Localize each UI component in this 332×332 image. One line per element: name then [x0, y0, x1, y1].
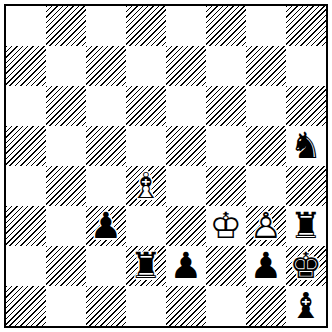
piece-black-pawn: ♟	[86, 206, 126, 246]
square-c3[interactable]: ♟	[86, 206, 126, 246]
square-e8[interactable]	[166, 6, 206, 46]
square-h3[interactable]: ♜	[286, 206, 326, 246]
square-f6[interactable]	[206, 86, 246, 126]
square-e6[interactable]	[166, 86, 206, 126]
square-e1[interactable]	[166, 286, 206, 326]
square-g7[interactable]	[246, 46, 286, 86]
square-g6[interactable]	[246, 86, 286, 126]
square-d8[interactable]	[126, 6, 166, 46]
square-h5[interactable]: ♞	[286, 126, 326, 166]
piece-white-king-fill: ♚	[206, 206, 246, 246]
piece-white-pawn-fill: ♟	[246, 206, 286, 246]
square-f7[interactable]	[206, 46, 246, 86]
square-e4[interactable]	[166, 166, 206, 206]
square-f8[interactable]	[206, 6, 246, 46]
piece-black-pawn: ♟	[246, 246, 286, 286]
piece-black-king: ♚	[286, 246, 326, 286]
square-c1[interactable]	[86, 286, 126, 326]
square-g3[interactable]: ♟♙	[246, 206, 286, 246]
square-a1[interactable]	[6, 286, 46, 326]
square-e7[interactable]	[166, 46, 206, 86]
square-b3[interactable]	[46, 206, 86, 246]
square-c5[interactable]	[86, 126, 126, 166]
square-b7[interactable]	[46, 46, 86, 86]
square-a7[interactable]	[6, 46, 46, 86]
square-c2[interactable]	[86, 246, 126, 286]
chess-board: ♞♝♗♟♚♔♟♙♜♜♟♟♚♝	[6, 6, 326, 326]
square-g5[interactable]	[246, 126, 286, 166]
square-e5[interactable]	[166, 126, 206, 166]
square-g8[interactable]	[246, 6, 286, 46]
piece-black-rook: ♜	[286, 206, 326, 246]
chess-diagram-page: ♞♝♗♟♚♔♟♙♜♜♟♟♚♝	[0, 0, 332, 332]
square-d2[interactable]: ♜	[126, 246, 166, 286]
square-a2[interactable]	[6, 246, 46, 286]
square-h2[interactable]: ♚	[286, 246, 326, 286]
square-h4[interactable]	[286, 166, 326, 206]
square-f5[interactable]	[206, 126, 246, 166]
square-c8[interactable]	[86, 6, 126, 46]
square-e2[interactable]: ♟	[166, 246, 206, 286]
square-c7[interactable]	[86, 46, 126, 86]
square-a3[interactable]	[6, 206, 46, 246]
square-a6[interactable]	[6, 86, 46, 126]
piece-black-knight: ♞	[286, 126, 326, 166]
piece-white-king: ♔	[206, 206, 246, 246]
piece-black-rook: ♜	[126, 246, 166, 286]
square-f2[interactable]	[206, 246, 246, 286]
square-c6[interactable]	[86, 86, 126, 126]
square-d5[interactable]	[126, 126, 166, 166]
piece-white-bishop: ♗	[126, 166, 166, 206]
square-h1[interactable]: ♝	[286, 286, 326, 326]
square-g1[interactable]	[246, 286, 286, 326]
square-b8[interactable]	[46, 6, 86, 46]
square-f3[interactable]: ♚♔	[206, 206, 246, 246]
square-f4[interactable]	[206, 166, 246, 206]
square-d6[interactable]	[126, 86, 166, 126]
piece-white-pawn: ♙	[246, 206, 286, 246]
square-e3[interactable]	[166, 206, 206, 246]
square-b1[interactable]	[46, 286, 86, 326]
square-d7[interactable]	[126, 46, 166, 86]
square-h6[interactable]	[286, 86, 326, 126]
piece-black-bishop: ♝	[286, 286, 326, 326]
square-b5[interactable]	[46, 126, 86, 166]
square-b4[interactable]	[46, 166, 86, 206]
square-f1[interactable]	[206, 286, 246, 326]
square-c4[interactable]	[86, 166, 126, 206]
piece-white-bishop-fill: ♝	[126, 166, 166, 206]
square-a5[interactable]	[6, 126, 46, 166]
square-a8[interactable]	[6, 6, 46, 46]
square-g4[interactable]	[246, 166, 286, 206]
square-d1[interactable]	[126, 286, 166, 326]
board-frame: ♞♝♗♟♚♔♟♙♜♜♟♟♚♝	[4, 4, 328, 328]
square-b2[interactable]	[46, 246, 86, 286]
square-d3[interactable]	[126, 206, 166, 246]
square-h7[interactable]	[286, 46, 326, 86]
square-a4[interactable]	[6, 166, 46, 206]
square-h8[interactable]	[286, 6, 326, 46]
square-g2[interactable]: ♟	[246, 246, 286, 286]
square-b6[interactable]	[46, 86, 86, 126]
square-d4[interactable]: ♝♗	[126, 166, 166, 206]
piece-black-pawn: ♟	[166, 246, 206, 286]
